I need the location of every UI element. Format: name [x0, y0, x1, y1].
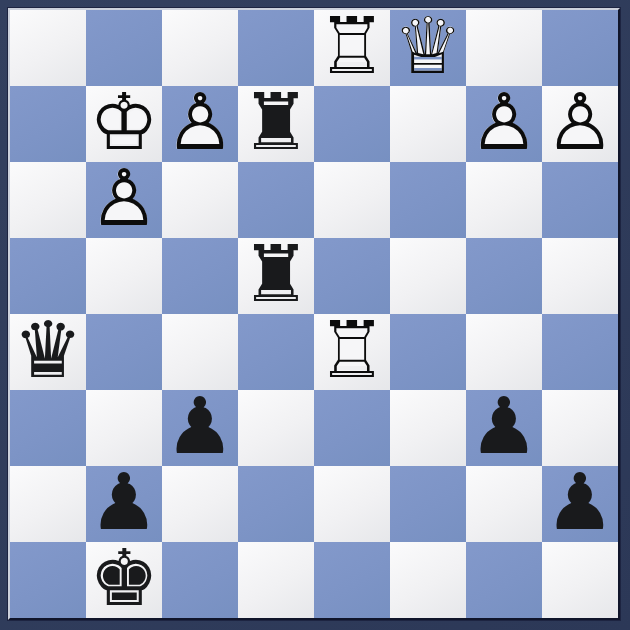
square-h5[interactable]	[542, 238, 618, 314]
square-b8[interactable]	[86, 10, 162, 86]
square-b5[interactable]	[86, 238, 162, 314]
board-bevel: ♜♖♛♕♚♔♟♙♜♟♙♟♙♟♙♜♛♜♖♟♟♟♟♚	[8, 8, 620, 620]
square-e4[interactable]: ♜♖	[314, 314, 390, 390]
square-a6[interactable]	[10, 162, 86, 238]
piece-white-pawn[interactable]: ♟♙	[466, 84, 542, 160]
square-d7[interactable]: ♜	[238, 86, 314, 162]
white-pawn-icon: ♙	[542, 84, 618, 160]
white-rook-icon: ♖	[314, 312, 390, 388]
square-h2[interactable]: ♟	[542, 466, 618, 542]
square-g1[interactable]	[466, 542, 542, 618]
square-d2[interactable]	[238, 466, 314, 542]
piece-black-pawn[interactable]: ♟	[542, 464, 618, 540]
square-g4[interactable]	[466, 314, 542, 390]
piece-black-pawn[interactable]: ♟	[86, 464, 162, 540]
square-e7[interactable]	[314, 86, 390, 162]
square-g2[interactable]	[466, 466, 542, 542]
square-h4[interactable]	[542, 314, 618, 390]
piece-white-king[interactable]: ♚♔	[86, 84, 162, 160]
square-a5[interactable]	[10, 238, 86, 314]
square-c2[interactable]	[162, 466, 238, 542]
board-frame: ♜♖♛♕♚♔♟♙♜♟♙♟♙♟♙♜♛♜♖♟♟♟♟♚	[0, 0, 630, 630]
square-d8[interactable]	[238, 10, 314, 86]
white-rook-icon: ♖	[314, 8, 390, 84]
square-a3[interactable]	[10, 390, 86, 466]
square-e8[interactable]: ♜♖	[314, 10, 390, 86]
square-d4[interactable]	[238, 314, 314, 390]
piece-black-rook[interactable]: ♜	[238, 236, 314, 312]
piece-black-rook[interactable]: ♜	[238, 84, 314, 160]
square-b7[interactable]: ♚♔	[86, 86, 162, 162]
square-g6[interactable]	[466, 162, 542, 238]
square-c3[interactable]: ♟	[162, 390, 238, 466]
square-f5[interactable]	[390, 238, 466, 314]
piece-black-pawn[interactable]: ♟	[466, 388, 542, 464]
square-h6[interactable]	[542, 162, 618, 238]
square-d1[interactable]	[238, 542, 314, 618]
square-h3[interactable]	[542, 390, 618, 466]
white-queen-icon: ♕	[390, 8, 466, 84]
square-h8[interactable]	[542, 10, 618, 86]
square-d6[interactable]	[238, 162, 314, 238]
square-f3[interactable]	[390, 390, 466, 466]
piece-white-rook[interactable]: ♜♖	[314, 312, 390, 388]
piece-black-king[interactable]: ♚	[86, 540, 162, 616]
piece-white-pawn[interactable]: ♟♙	[162, 84, 238, 160]
square-a8[interactable]	[10, 10, 86, 86]
white-pawn-icon: ♙	[86, 160, 162, 236]
white-pawn-icon: ♙	[162, 84, 238, 160]
square-b1[interactable]: ♚	[86, 542, 162, 618]
square-e5[interactable]	[314, 238, 390, 314]
square-c8[interactable]	[162, 10, 238, 86]
square-e6[interactable]	[314, 162, 390, 238]
square-g3[interactable]: ♟	[466, 390, 542, 466]
square-c4[interactable]	[162, 314, 238, 390]
square-e1[interactable]	[314, 542, 390, 618]
square-c5[interactable]	[162, 238, 238, 314]
square-a7[interactable]	[10, 86, 86, 162]
square-g8[interactable]	[466, 10, 542, 86]
square-c7[interactable]: ♟♙	[162, 86, 238, 162]
piece-white-rook[interactable]: ♜♖	[314, 8, 390, 84]
square-c1[interactable]	[162, 542, 238, 618]
square-b4[interactable]	[86, 314, 162, 390]
square-e3[interactable]	[314, 390, 390, 466]
square-f8[interactable]: ♛♕	[390, 10, 466, 86]
piece-black-queen[interactable]: ♛	[10, 312, 86, 388]
square-d5[interactable]: ♜	[238, 238, 314, 314]
square-h7[interactable]: ♟♙	[542, 86, 618, 162]
square-f6[interactable]	[390, 162, 466, 238]
square-a1[interactable]	[10, 542, 86, 618]
square-d3[interactable]	[238, 390, 314, 466]
square-b2[interactable]: ♟	[86, 466, 162, 542]
square-f2[interactable]	[390, 466, 466, 542]
square-a4[interactable]: ♛	[10, 314, 86, 390]
square-b3[interactable]	[86, 390, 162, 466]
piece-black-pawn[interactable]: ♟	[162, 388, 238, 464]
piece-white-pawn[interactable]: ♟♙	[542, 84, 618, 160]
square-c6[interactable]	[162, 162, 238, 238]
square-h1[interactable]	[542, 542, 618, 618]
piece-white-queen[interactable]: ♛♕	[390, 8, 466, 84]
square-a2[interactable]	[10, 466, 86, 542]
square-f7[interactable]	[390, 86, 466, 162]
white-king-icon: ♔	[86, 84, 162, 160]
square-f1[interactable]	[390, 542, 466, 618]
square-e2[interactable]	[314, 466, 390, 542]
square-f4[interactable]	[390, 314, 466, 390]
square-g7[interactable]: ♟♙	[466, 86, 542, 162]
piece-white-pawn[interactable]: ♟♙	[86, 160, 162, 236]
white-pawn-icon: ♙	[466, 84, 542, 160]
square-g5[interactable]	[466, 238, 542, 314]
square-b6[interactable]: ♟♙	[86, 162, 162, 238]
chess-board: ♜♖♛♕♚♔♟♙♜♟♙♟♙♟♙♜♛♜♖♟♟♟♟♚	[10, 10, 618, 618]
